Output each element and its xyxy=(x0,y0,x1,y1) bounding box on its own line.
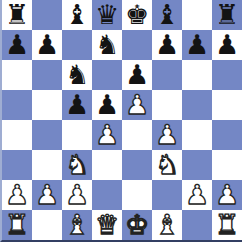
piece-white-pawn[interactable]: ♟ xyxy=(215,180,239,210)
square-d1[interactable]: ♛ xyxy=(92,210,122,240)
square-c5[interactable]: ♟ xyxy=(62,90,92,120)
square-h7[interactable]: ♟ xyxy=(212,30,242,60)
square-d6[interactable] xyxy=(92,60,122,90)
piece-black-king[interactable]: ♚ xyxy=(125,0,149,30)
piece-black-pawn[interactable]: ♟ xyxy=(95,90,119,120)
square-a8[interactable]: ♜ xyxy=(2,0,32,30)
square-f5[interactable] xyxy=(152,90,182,120)
square-b5[interactable] xyxy=(32,90,62,120)
square-h4[interactable] xyxy=(212,120,242,150)
square-a5[interactable] xyxy=(2,90,32,120)
square-h1[interactable]: ♜ xyxy=(212,210,242,240)
square-g7[interactable]: ♟ xyxy=(182,30,212,60)
piece-black-knight[interactable]: ♞ xyxy=(65,60,89,90)
square-b4[interactable] xyxy=(32,120,62,150)
square-c4[interactable] xyxy=(62,120,92,150)
square-g8[interactable] xyxy=(182,0,212,30)
square-f3[interactable]: ♞ xyxy=(152,150,182,180)
piece-white-pawn[interactable]: ♟ xyxy=(5,180,29,210)
square-e6[interactable]: ♟ xyxy=(122,60,152,90)
square-c7[interactable] xyxy=(62,30,92,60)
square-f4[interactable]: ♟ xyxy=(152,120,182,150)
square-b1[interactable] xyxy=(32,210,62,240)
square-f1[interactable]: ♝ xyxy=(152,210,182,240)
square-e3[interactable] xyxy=(122,150,152,180)
piece-white-knight[interactable]: ♞ xyxy=(65,150,89,180)
piece-black-pawn[interactable]: ♟ xyxy=(185,30,209,60)
piece-black-rook[interactable]: ♜ xyxy=(215,0,239,30)
square-d3[interactable] xyxy=(92,150,122,180)
piece-white-pawn[interactable]: ♟ xyxy=(65,180,89,210)
square-c1[interactable]: ♝ xyxy=(62,210,92,240)
chess-board: ♜♝♛♚♝♜♟♟♞♟♟♟♞♟♟♟♟♟♟♞♞♟♟♟♟♟♜♝♛♚♝♜ xyxy=(0,0,242,242)
square-b7[interactable]: ♟ xyxy=(32,30,62,60)
square-a6[interactable] xyxy=(2,60,32,90)
square-a4[interactable] xyxy=(2,120,32,150)
square-g6[interactable] xyxy=(182,60,212,90)
piece-black-pawn[interactable]: ♟ xyxy=(35,30,59,60)
chess-board-grid: ♜♝♛♚♝♜♟♟♞♟♟♟♞♟♟♟♟♟♟♞♞♟♟♟♟♟♜♝♛♚♝♜ xyxy=(2,0,242,240)
piece-white-king[interactable]: ♚ xyxy=(125,210,149,240)
square-c6[interactable]: ♞ xyxy=(62,60,92,90)
piece-black-rook[interactable]: ♜ xyxy=(5,0,29,30)
square-g3[interactable] xyxy=(182,150,212,180)
square-a7[interactable]: ♟ xyxy=(2,30,32,60)
square-d8[interactable]: ♛ xyxy=(92,0,122,30)
square-c8[interactable]: ♝ xyxy=(62,0,92,30)
square-a2[interactable]: ♟ xyxy=(2,180,32,210)
square-f2[interactable] xyxy=(152,180,182,210)
square-h8[interactable]: ♜ xyxy=(212,0,242,30)
square-h6[interactable] xyxy=(212,60,242,90)
piece-black-pawn[interactable]: ♟ xyxy=(155,30,179,60)
square-d2[interactable] xyxy=(92,180,122,210)
piece-black-pawn[interactable]: ♟ xyxy=(215,30,239,60)
piece-black-bishop[interactable]: ♝ xyxy=(155,0,179,30)
square-e8[interactable]: ♚ xyxy=(122,0,152,30)
square-g5[interactable] xyxy=(182,90,212,120)
square-h5[interactable] xyxy=(212,90,242,120)
piece-white-knight[interactable]: ♞ xyxy=(155,150,179,180)
square-c3[interactable]: ♞ xyxy=(62,150,92,180)
square-c2[interactable]: ♟ xyxy=(62,180,92,210)
square-g1[interactable] xyxy=(182,210,212,240)
piece-black-bishop[interactable]: ♝ xyxy=(65,0,89,30)
piece-white-pawn[interactable]: ♟ xyxy=(95,120,119,150)
square-e5[interactable]: ♟ xyxy=(122,90,152,120)
square-b6[interactable] xyxy=(32,60,62,90)
piece-white-bishop[interactable]: ♝ xyxy=(65,210,89,240)
square-d5[interactable]: ♟ xyxy=(92,90,122,120)
square-g4[interactable] xyxy=(182,120,212,150)
piece-black-queen[interactable]: ♛ xyxy=(95,0,119,30)
square-b8[interactable] xyxy=(32,0,62,30)
square-e1[interactable]: ♚ xyxy=(122,210,152,240)
square-f6[interactable] xyxy=(152,60,182,90)
square-d4[interactable]: ♟ xyxy=(92,120,122,150)
square-h2[interactable]: ♟ xyxy=(212,180,242,210)
square-e4[interactable] xyxy=(122,120,152,150)
piece-black-pawn[interactable]: ♟ xyxy=(125,60,149,90)
square-e2[interactable] xyxy=(122,180,152,210)
piece-black-knight[interactable]: ♞ xyxy=(95,30,119,60)
piece-white-bishop[interactable]: ♝ xyxy=(155,210,179,240)
piece-black-pawn[interactable]: ♟ xyxy=(65,90,89,120)
piece-white-rook[interactable]: ♜ xyxy=(215,210,239,240)
piece-white-rook[interactable]: ♜ xyxy=(5,210,29,240)
square-h3[interactable] xyxy=(212,150,242,180)
piece-white-pawn[interactable]: ♟ xyxy=(155,120,179,150)
piece-black-pawn[interactable]: ♟ xyxy=(5,30,29,60)
square-f8[interactable]: ♝ xyxy=(152,0,182,30)
square-b3[interactable] xyxy=(32,150,62,180)
piece-white-pawn[interactable]: ♟ xyxy=(125,90,149,120)
square-g2[interactable]: ♟ xyxy=(182,180,212,210)
piece-white-pawn[interactable]: ♟ xyxy=(185,180,209,210)
square-e7[interactable] xyxy=(122,30,152,60)
square-f7[interactable]: ♟ xyxy=(152,30,182,60)
square-d7[interactable]: ♞ xyxy=(92,30,122,60)
square-a1[interactable]: ♜ xyxy=(2,210,32,240)
square-a3[interactable] xyxy=(2,150,32,180)
square-b2[interactable]: ♟ xyxy=(32,180,62,210)
piece-white-queen[interactable]: ♛ xyxy=(95,210,119,240)
piece-white-pawn[interactable]: ♟ xyxy=(35,180,59,210)
